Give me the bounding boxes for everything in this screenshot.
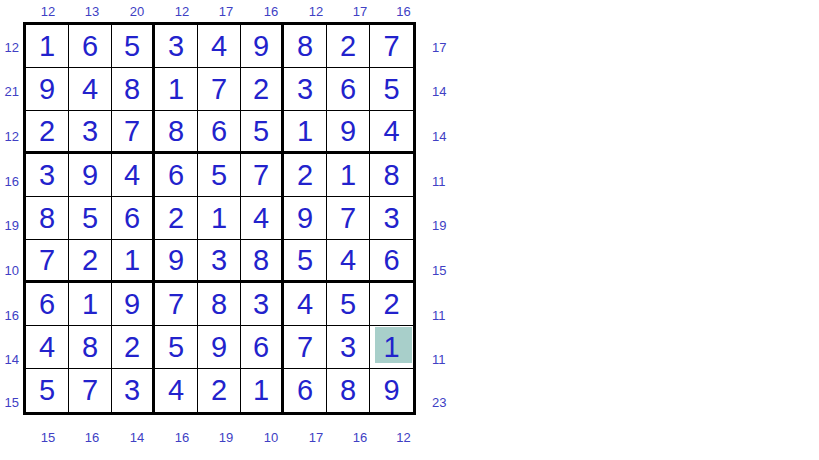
cell-r6c3[interactable]: 1 [112,240,155,283]
cell-value: 1 [82,290,98,319]
cell-value: 2 [340,32,356,61]
cell-r4c5[interactable]: 5 [198,154,241,197]
cell-r4c1[interactable]: 3 [26,154,69,197]
cell-r3c5[interactable]: 6 [198,111,241,154]
cell-r5c8[interactable]: 7 [327,197,370,240]
cell-r5c9[interactable]: 3 [370,197,413,240]
cell-value: 3 [82,117,98,146]
clue-bottom-4: 16 [160,429,204,445]
cell-value: 6 [211,117,227,146]
cell-r8c6[interactable]: 6 [241,326,284,369]
cell-value: 9 [383,376,399,405]
cell-value: 3 [124,376,140,405]
top-clues: 121320121716121716 [26,3,425,19]
clue-top-1: 12 [26,3,70,19]
cell-value: 8 [168,117,184,146]
cell-value: 5 [168,333,184,362]
cell-value: 8 [383,161,399,190]
cell-value: 8 [211,290,227,319]
cell-r5c3[interactable]: 6 [112,197,155,240]
cell-r2c4[interactable]: 1 [155,68,198,111]
clue-top-9: 16 [382,3,425,19]
cell-r5c6[interactable]: 4 [241,197,284,240]
cell-value: 8 [340,376,356,405]
cell-value: 8 [39,204,55,233]
cell-value: 2 [168,204,184,233]
cell-r3c1[interactable]: 2 [26,111,69,154]
clue-right-6: 15 [432,247,462,293]
cell-value: 3 [340,333,356,362]
clue-right-4: 11 [432,159,462,203]
cell-r3c7[interactable]: 1 [284,111,327,154]
clue-bottom-1: 15 [26,429,70,445]
cell-r4c7[interactable]: 2 [284,154,327,197]
cell-r6c8[interactable]: 4 [327,240,370,283]
cell-value: 9 [340,117,356,146]
cell-r2c5[interactable]: 7 [198,68,241,111]
cell-r8c5[interactable]: 9 [198,326,241,369]
cell-r9c3[interactable]: 3 [112,369,155,412]
cell-r8c9[interactable]: 1 [370,326,413,369]
cell-r3c2[interactable]: 3 [69,111,112,154]
cell-value: 9 [211,333,227,362]
cell-value: 1 [211,204,227,233]
clue-top-2: 13 [70,3,114,19]
cell-value: 8 [124,75,140,104]
clue-left-2: 21 [0,69,19,113]
cell-value: 5 [39,376,55,405]
cell-value: 4 [297,290,313,319]
cell-r7c6[interactable]: 3 [241,283,284,326]
cell-value: 9 [253,32,269,61]
clue-left-9: 15 [0,381,19,424]
cell-r4c9[interactable]: 8 [370,154,413,197]
cell-r3c4[interactable]: 8 [155,111,198,154]
cell-value: 4 [211,32,227,61]
cell-r8c1[interactable]: 4 [26,326,69,369]
cell-r6c6[interactable]: 8 [241,240,284,283]
bottom-clues: 151614161910171612 [26,429,425,445]
cell-value: 6 [297,376,313,405]
cell-value: 7 [211,75,227,104]
cell-r4c2[interactable]: 9 [69,154,112,197]
clue-bottom-7: 17 [294,429,338,445]
cell-value: 2 [297,161,313,190]
cell-value: 1 [39,32,55,61]
cell-value: 4 [383,117,399,146]
clue-right-3: 14 [432,113,462,159]
clue-right-2: 14 [432,69,462,113]
cell-r7c1[interactable]: 6 [26,283,69,326]
cell-r9c9[interactable]: 9 [370,369,413,412]
clue-right-1: 17 [432,25,462,69]
cell-value: 4 [82,75,98,104]
clue-bottom-6: 10 [248,429,294,445]
cell-r2c3[interactable]: 8 [112,68,155,111]
cell-value: 9 [168,246,184,275]
cell-r4c3[interactable]: 4 [112,154,155,197]
cell-value: 5 [253,117,269,146]
cell-r8c2[interactable]: 8 [69,326,112,369]
cell-value: 5 [383,75,399,104]
cell-r4c6[interactable]: 7 [241,154,284,197]
cell-r4c4[interactable]: 6 [155,154,198,197]
clue-bottom-2: 16 [70,429,114,445]
cell-value: 7 [253,161,269,190]
cell-r8c8[interactable]: 3 [327,326,370,369]
cell-r6c9[interactable]: 6 [370,240,413,283]
cell-r9c7[interactable]: 6 [284,369,327,412]
cell-value: 7 [124,117,140,146]
clue-left-7: 16 [0,293,19,337]
cell-value: 4 [168,376,184,405]
cell-value: 3 [253,290,269,319]
cell-r1c5[interactable]: 4 [198,25,241,68]
cell-value: 5 [340,290,356,319]
cell-r9c4[interactable]: 4 [155,369,198,412]
cell-r7c8[interactable]: 5 [327,283,370,326]
cell-r7c5[interactable]: 8 [198,283,241,326]
cell-r1c2[interactable]: 6 [69,25,112,68]
cell-r1c9[interactable]: 7 [370,25,413,68]
cell-value: 6 [340,75,356,104]
cell-value: 1 [297,117,313,146]
cell-value: 1 [340,161,356,190]
clue-left-4: 16 [0,159,19,203]
cell-r3c9[interactable]: 4 [370,111,413,154]
cell-r3c6[interactable]: 5 [241,111,284,154]
cell-value: 4 [340,246,356,275]
cell-r6c5[interactable]: 3 [198,240,241,283]
cell-value: 9 [124,290,140,319]
cell-r2c9[interactable]: 5 [370,68,413,111]
cell-r1c3[interactable]: 5 [112,25,155,68]
cell-r9c8[interactable]: 8 [327,369,370,412]
cell-r2c6[interactable]: 2 [241,68,284,111]
cell-value: 5 [297,246,313,275]
cell-r3c3[interactable]: 7 [112,111,155,154]
cell-value: 3 [297,75,313,104]
clue-bottom-5: 19 [204,429,248,445]
cell-value: 3 [39,161,55,190]
cell-r6c1[interactable]: 7 [26,240,69,283]
clue-top-7: 12 [294,3,338,19]
clue-bottom-3: 14 [114,429,160,445]
sudoku-board: 1653498279481723652378651943946572188562… [23,22,416,415]
cell-value: 9 [82,161,98,190]
cell-r7c4[interactable]: 7 [155,283,198,326]
clue-left-1: 12 [0,25,19,69]
clue-top-5: 17 [204,3,248,19]
cell-value: 6 [124,204,140,233]
cell-r3c8[interactable]: 9 [327,111,370,154]
cell-r4c8[interactable]: 1 [327,154,370,197]
cell-r2c1[interactable]: 9 [26,68,69,111]
cell-r5c4[interactable]: 2 [155,197,198,240]
cell-value: 7 [297,333,313,362]
cell-value: 2 [82,246,98,275]
clue-left-3: 12 [0,113,19,159]
cell-r2c8[interactable]: 6 [327,68,370,111]
cell-r9c2[interactable]: 7 [69,369,112,412]
cell-value: 6 [82,32,98,61]
cell-value: 7 [168,290,184,319]
cell-r6c7[interactable]: 5 [284,240,327,283]
cell-r7c2[interactable]: 1 [69,283,112,326]
cell-value: 7 [340,204,356,233]
cell-r2c2[interactable]: 4 [69,68,112,111]
cell-value: 4 [253,204,269,233]
cell-value: 8 [297,32,313,61]
right-clues: 171414111915111123 [432,25,462,424]
cell-value: 9 [39,75,55,104]
clue-right-5: 19 [432,203,462,247]
cell-value: 1 [383,333,399,362]
cell-r8c7[interactable]: 7 [284,326,327,369]
cell-r9c6[interactable]: 1 [241,369,284,412]
cell-value: 9 [297,204,313,233]
cell-r1c6[interactable]: 9 [241,25,284,68]
cell-value: 4 [39,333,55,362]
cell-r7c7[interactable]: 4 [284,283,327,326]
clue-top-3: 20 [114,3,160,19]
cell-value: 7 [39,246,55,275]
cell-r5c7[interactable]: 9 [284,197,327,240]
cell-value: 1 [124,246,140,275]
cell-value: 3 [383,204,399,233]
cell-r8c3[interactable]: 2 [112,326,155,369]
cell-value: 3 [168,32,184,61]
clue-top-6: 16 [248,3,294,19]
clue-top-8: 17 [338,3,382,19]
cell-r5c5[interactable]: 1 [198,197,241,240]
cell-r9c5[interactable]: 2 [198,369,241,412]
clue-left-5: 19 [0,203,19,247]
cell-r9c1[interactable]: 5 [26,369,69,412]
cell-r7c3[interactable]: 9 [112,283,155,326]
cell-r1c1[interactable]: 1 [26,25,69,68]
clue-bottom-8: 16 [338,429,382,445]
clue-right-9: 23 [432,381,462,424]
cell-value: 1 [253,376,269,405]
clue-right-7: 11 [432,293,462,337]
clue-left-6: 10 [0,247,19,293]
cell-value: 7 [383,32,399,61]
cell-r1c7[interactable]: 8 [284,25,327,68]
cell-value: 2 [211,376,227,405]
cell-r6c2[interactable]: 2 [69,240,112,283]
clue-left-8: 14 [0,337,19,381]
cell-value: 6 [383,246,399,275]
clue-right-8: 11 [432,337,462,381]
cell-value: 1 [168,75,184,104]
clue-top-4: 12 [160,3,204,19]
frame-sudoku-page: 121320121716121716 122112161910161415 16… [0,0,819,460]
cell-value: 6 [168,161,184,190]
cell-value: 4 [124,161,140,190]
cell-r5c2[interactable]: 5 [69,197,112,240]
cell-value: 7 [82,376,98,405]
cell-r2c7[interactable]: 3 [284,68,327,111]
cell-r1c4[interactable]: 3 [155,25,198,68]
cell-value: 3 [211,246,227,275]
cell-value: 6 [39,290,55,319]
cell-value: 5 [82,204,98,233]
clue-bottom-9: 12 [382,429,425,445]
cell-value: 5 [124,32,140,61]
cell-r7c9[interactable]: 2 [370,283,413,326]
cell-r8c4[interactable]: 5 [155,326,198,369]
cell-value: 6 [253,333,269,362]
cell-r1c8[interactable]: 2 [327,25,370,68]
cell-value: 2 [383,290,399,319]
cell-r5c1[interactable]: 8 [26,197,69,240]
cell-value: 2 [39,117,55,146]
cell-r6c4[interactable]: 9 [155,240,198,283]
left-clues: 122112161910161415 [0,25,19,424]
cell-value: 2 [124,333,140,362]
cell-value: 8 [82,333,98,362]
cell-value: 8 [253,246,269,275]
cell-value: 5 [211,161,227,190]
cell-value: 2 [253,75,269,104]
